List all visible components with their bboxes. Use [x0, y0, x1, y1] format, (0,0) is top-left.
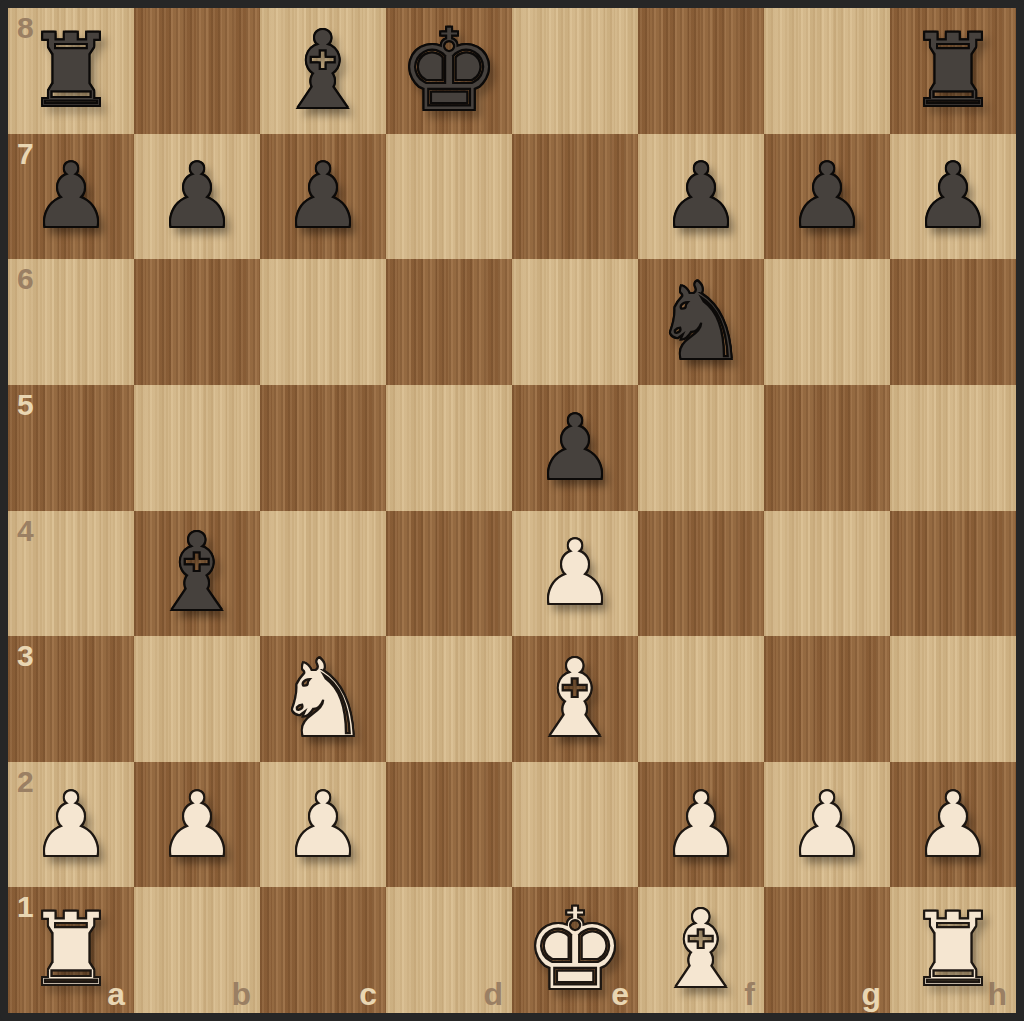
square-e7[interactable]	[512, 134, 638, 260]
square-d7[interactable]	[386, 134, 512, 260]
square-h7[interactable]: ♟	[890, 134, 1016, 260]
square-h3[interactable]	[890, 636, 1016, 762]
square-g6[interactable]	[764, 259, 890, 385]
square-d4[interactable]	[386, 511, 512, 637]
square-h1[interactable]: h♜	[890, 887, 1016, 1013]
square-g5[interactable]	[764, 385, 890, 511]
file-label-b: b	[231, 978, 251, 1010]
square-e3[interactable]: ♝	[512, 636, 638, 762]
rank-label-6: 6	[17, 264, 34, 294]
square-d8[interactable]: ♚	[386, 8, 512, 134]
square-c3[interactable]: ♞	[260, 636, 386, 762]
piece-black-pawn-c7[interactable]: ♟	[260, 134, 386, 260]
piece-black-bishop-c8[interactable]: ♝	[260, 8, 386, 134]
piece-white-pawn-h2[interactable]: ♟	[890, 762, 1016, 888]
piece-black-knight-f6[interactable]: ♞	[638, 259, 764, 385]
square-d2[interactable]	[386, 762, 512, 888]
square-b4[interactable]: ♝	[134, 511, 260, 637]
square-b1[interactable]: b	[134, 887, 260, 1013]
square-a4[interactable]: 4	[8, 511, 134, 637]
piece-white-pawn-f2[interactable]: ♟	[638, 762, 764, 888]
square-e5[interactable]: ♟	[512, 385, 638, 511]
square-g1[interactable]: g	[764, 887, 890, 1013]
square-h4[interactable]	[890, 511, 1016, 637]
piece-white-pawn-a2[interactable]: ♟	[8, 762, 134, 888]
piece-white-rook-a1[interactable]: ♜	[8, 887, 134, 1013]
square-e8[interactable]	[512, 8, 638, 134]
square-f3[interactable]	[638, 636, 764, 762]
square-e6[interactable]	[512, 259, 638, 385]
square-a5[interactable]: 5	[8, 385, 134, 511]
piece-black-rook-a8[interactable]: ♜	[8, 8, 134, 134]
file-label-g: g	[861, 978, 881, 1010]
square-f1[interactable]: f♝	[638, 887, 764, 1013]
square-f4[interactable]	[638, 511, 764, 637]
square-c6[interactable]	[260, 259, 386, 385]
square-g4[interactable]	[764, 511, 890, 637]
square-e4[interactable]: ♟	[512, 511, 638, 637]
file-label-c: c	[359, 978, 377, 1010]
square-a1[interactable]: 1a♜	[8, 887, 134, 1013]
piece-white-king-e1[interactable]: ♚	[512, 887, 638, 1013]
square-b7[interactable]: ♟	[134, 134, 260, 260]
square-a6[interactable]: 6	[8, 259, 134, 385]
square-d1[interactable]: d	[386, 887, 512, 1013]
piece-white-pawn-c2[interactable]: ♟	[260, 762, 386, 888]
square-f2[interactable]: ♟	[638, 762, 764, 888]
square-d6[interactable]	[386, 259, 512, 385]
square-h5[interactable]	[890, 385, 1016, 511]
square-a7[interactable]: 7♟	[8, 134, 134, 260]
square-b2[interactable]: ♟	[134, 762, 260, 888]
square-b5[interactable]	[134, 385, 260, 511]
square-b6[interactable]	[134, 259, 260, 385]
file-label-d: d	[483, 978, 503, 1010]
square-f5[interactable]	[638, 385, 764, 511]
square-e2[interactable]	[512, 762, 638, 888]
rank-label-4: 4	[17, 516, 34, 546]
piece-black-rook-h8[interactable]: ♜	[890, 8, 1016, 134]
piece-black-pawn-b7[interactable]: ♟	[134, 134, 260, 260]
square-c5[interactable]	[260, 385, 386, 511]
square-c4[interactable]	[260, 511, 386, 637]
square-d5[interactable]	[386, 385, 512, 511]
square-f8[interactable]	[638, 8, 764, 134]
piece-white-pawn-b2[interactable]: ♟	[134, 762, 260, 888]
square-c2[interactable]: ♟	[260, 762, 386, 888]
piece-white-pawn-e4[interactable]: ♟	[512, 511, 638, 637]
square-f6[interactable]: ♞	[638, 259, 764, 385]
square-a3[interactable]: 3	[8, 636, 134, 762]
piece-black-pawn-f7[interactable]: ♟	[638, 134, 764, 260]
piece-white-rook-h1[interactable]: ♜	[890, 887, 1016, 1013]
piece-black-pawn-g7[interactable]: ♟	[764, 134, 890, 260]
piece-white-bishop-f1[interactable]: ♝	[638, 887, 764, 1013]
piece-black-king-d8[interactable]: ♚	[386, 8, 512, 134]
chess-board: 8♜♝♚♜7♟♟♟♟♟♟6♞5♟4♝♟3♞♝2♟♟♟♟♟♟1a♜bcde♚f♝g…	[0, 0, 1024, 1021]
square-g3[interactable]	[764, 636, 890, 762]
piece-black-pawn-e5[interactable]: ♟	[512, 385, 638, 511]
square-b8[interactable]	[134, 8, 260, 134]
rank-label-3: 3	[17, 641, 34, 671]
piece-black-pawn-a7[interactable]: ♟	[8, 134, 134, 260]
square-h6[interactable]	[890, 259, 1016, 385]
square-h2[interactable]: ♟	[890, 762, 1016, 888]
square-e1[interactable]: e♚	[512, 887, 638, 1013]
piece-black-pawn-h7[interactable]: ♟	[890, 134, 1016, 260]
square-g7[interactable]: ♟	[764, 134, 890, 260]
square-f7[interactable]: ♟	[638, 134, 764, 260]
square-c1[interactable]: c	[260, 887, 386, 1013]
square-g2[interactable]: ♟	[764, 762, 890, 888]
square-b3[interactable]	[134, 636, 260, 762]
piece-white-pawn-g2[interactable]: ♟	[764, 762, 890, 888]
square-d3[interactable]	[386, 636, 512, 762]
square-h8[interactable]: ♜	[890, 8, 1016, 134]
square-a2[interactable]: 2♟	[8, 762, 134, 888]
piece-white-bishop-e3[interactable]: ♝	[512, 636, 638, 762]
piece-black-bishop-b4[interactable]: ♝	[134, 511, 260, 637]
square-g8[interactable]	[764, 8, 890, 134]
square-c8[interactable]: ♝	[260, 8, 386, 134]
square-a8[interactable]: 8♜	[8, 8, 134, 134]
rank-label-5: 5	[17, 390, 34, 420]
piece-white-knight-c3[interactable]: ♞	[260, 636, 386, 762]
square-c7[interactable]: ♟	[260, 134, 386, 260]
